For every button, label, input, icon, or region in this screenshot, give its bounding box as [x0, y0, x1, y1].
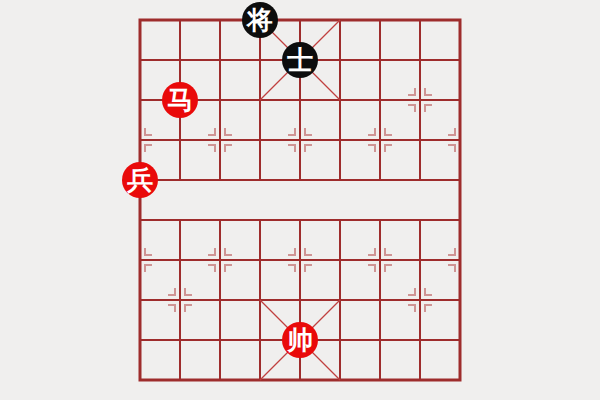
intersection-c8-r1[interactable] [440, 40, 480, 80]
intersection-c6-r2[interactable] [360, 80, 400, 120]
intersection-c6-r8[interactable] [360, 320, 400, 360]
intersection-c5-r8[interactable] [320, 320, 360, 360]
intersection-c5-r6[interactable] [320, 240, 360, 280]
intersection-c6-r6[interactable] [360, 240, 400, 280]
intersection-c6-r4[interactable] [360, 160, 400, 200]
intersection-c4-r9[interactable] [280, 360, 320, 400]
intersection-c0-r9[interactable] [120, 360, 160, 400]
intersection-c4-r4[interactable] [280, 160, 320, 200]
intersection-c8-r5[interactable] [440, 200, 480, 240]
intersection-c2-r8[interactable] [200, 320, 240, 360]
intersection-c4-r5[interactable] [280, 200, 320, 240]
intersection-c2-r3[interactable] [200, 120, 240, 160]
xiangqi-app: 将士马兵帅 [0, 0, 600, 400]
intersection-c7-r5[interactable] [400, 200, 440, 240]
intersection-c1-r9[interactable] [160, 360, 200, 400]
intersection-c5-r5[interactable] [320, 200, 360, 240]
piece-red-horse[interactable]: 马 [162, 82, 198, 118]
intersection-c7-r6[interactable] [400, 240, 440, 280]
intersection-c2-r7[interactable] [200, 280, 240, 320]
intersection-c8-r0[interactable] [440, 0, 480, 40]
intersection-c1-r4[interactable] [160, 160, 200, 200]
intersection-c7-r3[interactable] [400, 120, 440, 160]
intersection-c2-r9[interactable] [200, 360, 240, 400]
intersection-c6-r7[interactable] [360, 280, 400, 320]
intersection-c1-r6[interactable] [160, 240, 200, 280]
intersection-c4-r7[interactable] [280, 280, 320, 320]
intersection-c8-r4[interactable] [440, 160, 480, 200]
intersection-c6-r9[interactable] [360, 360, 400, 400]
board-intersections: 将士马兵帅 [120, 0, 480, 400]
intersection-c7-r7[interactable] [400, 280, 440, 320]
intersection-c8-r2[interactable] [440, 80, 480, 120]
intersection-c5-r0[interactable] [320, 0, 360, 40]
piece-black-general[interactable]: 将 [242, 2, 278, 38]
intersection-c3-r5[interactable] [240, 200, 280, 240]
intersection-c0-r5[interactable] [120, 200, 160, 240]
intersection-c2-r2[interactable] [200, 80, 240, 120]
intersection-c4-r0[interactable] [280, 0, 320, 40]
intersection-c4-r3[interactable] [280, 120, 320, 160]
intersection-c0-r1[interactable] [120, 40, 160, 80]
intersection-c2-r5[interactable] [200, 200, 240, 240]
intersection-c5-r1[interactable] [320, 40, 360, 80]
intersection-c4-r6[interactable] [280, 240, 320, 280]
intersection-c7-r2[interactable] [400, 80, 440, 120]
intersection-c8-r9[interactable] [440, 360, 480, 400]
intersection-c7-r4[interactable] [400, 160, 440, 200]
intersection-c7-r8[interactable] [400, 320, 440, 360]
intersection-c2-r0[interactable] [200, 0, 240, 40]
piece-red-soldier[interactable]: 兵 [122, 162, 158, 198]
intersection-c5-r7[interactable] [320, 280, 360, 320]
intersection-c1-r8[interactable] [160, 320, 200, 360]
intersection-c3-r6[interactable] [240, 240, 280, 280]
intersection-c4-r1[interactable]: 士 [280, 40, 320, 80]
intersection-c2-r6[interactable] [200, 240, 240, 280]
intersection-c8-r7[interactable] [440, 280, 480, 320]
intersection-c3-r7[interactable] [240, 280, 280, 320]
intersection-c1-r1[interactable] [160, 40, 200, 80]
intersection-c3-r8[interactable] [240, 320, 280, 360]
intersection-c5-r9[interactable] [320, 360, 360, 400]
intersection-c0-r0[interactable] [120, 0, 160, 40]
intersection-c6-r0[interactable] [360, 0, 400, 40]
intersection-c5-r2[interactable] [320, 80, 360, 120]
intersection-c8-r8[interactable] [440, 320, 480, 360]
intersection-c4-r2[interactable] [280, 80, 320, 120]
intersection-c6-r5[interactable] [360, 200, 400, 240]
intersection-c4-r8[interactable]: 帅 [280, 320, 320, 360]
intersection-c0-r8[interactable] [120, 320, 160, 360]
intersection-c3-r1[interactable] [240, 40, 280, 80]
intersection-c7-r1[interactable] [400, 40, 440, 80]
intersection-c0-r7[interactable] [120, 280, 160, 320]
piece-black-advisor[interactable]: 士 [282, 42, 318, 78]
intersection-c0-r2[interactable] [120, 80, 160, 120]
intersection-c8-r3[interactable] [440, 120, 480, 160]
intersection-c8-r6[interactable] [440, 240, 480, 280]
intersection-c6-r1[interactable] [360, 40, 400, 80]
intersection-c1-r7[interactable] [160, 280, 200, 320]
intersection-c3-r0[interactable]: 将 [240, 0, 280, 40]
intersection-c5-r3[interactable] [320, 120, 360, 160]
intersection-c1-r2[interactable]: 马 [160, 80, 200, 120]
intersection-c3-r4[interactable] [240, 160, 280, 200]
piece-red-general[interactable]: 帅 [282, 322, 318, 358]
intersection-c0-r3[interactable] [120, 120, 160, 160]
intersection-c0-r4[interactable]: 兵 [120, 160, 160, 200]
intersection-c7-r0[interactable] [400, 0, 440, 40]
intersection-c3-r9[interactable] [240, 360, 280, 400]
intersection-c1-r3[interactable] [160, 120, 200, 160]
intersection-c5-r4[interactable] [320, 160, 360, 200]
intersection-c0-r6[interactable] [120, 240, 160, 280]
intersection-c2-r1[interactable] [200, 40, 240, 80]
intersection-c6-r3[interactable] [360, 120, 400, 160]
intersection-c1-r5[interactable] [160, 200, 200, 240]
intersection-c7-r9[interactable] [400, 360, 440, 400]
intersection-c3-r2[interactable] [240, 80, 280, 120]
intersection-c1-r0[interactable] [160, 0, 200, 40]
intersection-c3-r3[interactable] [240, 120, 280, 160]
intersection-c2-r4[interactable] [200, 160, 240, 200]
